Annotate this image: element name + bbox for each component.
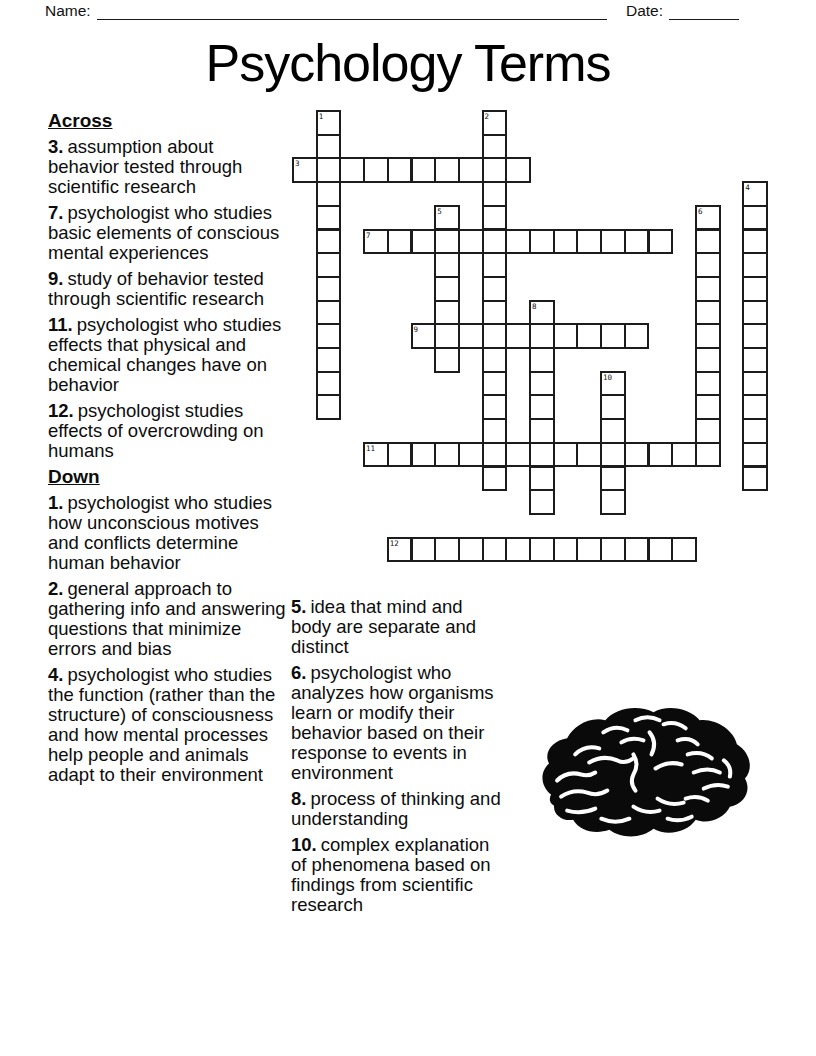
clue-down-1: 1.psychologist who studies how unconscio… <box>48 493 286 573</box>
cell-r18-c5 <box>411 537 437 563</box>
cell-r9-c10 <box>529 323 555 349</box>
cell-r14-c7 <box>458 442 484 468</box>
cell-r2-c3 <box>363 157 389 183</box>
clue-number-9: 9 <box>414 325 419 334</box>
cell-r11-c17 <box>695 371 721 397</box>
cell-r12-c17 <box>695 394 721 420</box>
cell-r1-c8 <box>482 134 508 160</box>
cell-r10-c6 <box>434 347 460 373</box>
cell-r9-c1 <box>316 323 342 349</box>
cell-r14-c19 <box>742 442 768 468</box>
cell-r14-c13 <box>600 442 626 468</box>
cell-r9-c5: 9 <box>411 323 437 349</box>
clue-number: 2. <box>48 578 63 599</box>
cell-r9-c7 <box>458 323 484 349</box>
clue-text: process of thinking and understanding <box>291 788 501 829</box>
cell-r10-c19 <box>742 347 768 373</box>
cell-r13-c10 <box>529 418 555 444</box>
clue-number: 10. <box>291 834 317 855</box>
clue-number: 6. <box>291 662 306 683</box>
cell-r18-c14 <box>624 537 650 563</box>
clue-number-7: 7 <box>366 231 371 240</box>
cell-r13-c17 <box>695 418 721 444</box>
page-title: Psychology Terms <box>0 33 816 93</box>
cell-r18-c13 <box>600 537 626 563</box>
clue-down-6: 6.psychologist who analyzes how organism… <box>291 663 503 783</box>
clue-number: 9. <box>48 268 63 289</box>
cell-r6-c6 <box>434 252 460 278</box>
clue-number-10: 10 <box>603 373 612 382</box>
cell-r5-c19 <box>742 229 768 255</box>
clue-text: psychologist who studies the function (r… <box>48 664 275 785</box>
cell-r9-c14 <box>624 323 650 349</box>
cell-r14-c11 <box>553 442 579 468</box>
cell-r11-c8 <box>482 371 508 397</box>
cell-r5-c11 <box>553 229 579 255</box>
worksheet-header: Name: Date: <box>45 2 739 20</box>
date-blank-line <box>669 2 739 20</box>
cell-r6-c8 <box>482 252 508 278</box>
clue-across-3: 3.assumption about behavior tested throu… <box>48 137 286 197</box>
clue-number: 3. <box>48 136 63 157</box>
cell-r14-c5 <box>411 442 437 468</box>
cell-r2-c2 <box>339 157 365 183</box>
clue-down-4: 4.psychologist who studies the function … <box>48 665 286 785</box>
clue-across-7: 7.psychologist who studies basic element… <box>48 203 286 263</box>
cell-r9-c11 <box>553 323 579 349</box>
clues-middle-column: 5.idea that mind and body are separate a… <box>291 597 503 921</box>
cell-r14-c12 <box>576 442 602 468</box>
cell-r5-c15 <box>648 229 674 255</box>
cell-r16-c13 <box>600 489 626 515</box>
cell-r5-c13 <box>600 229 626 255</box>
cell-r11-c13: 10 <box>600 371 626 397</box>
cell-r14-c14 <box>624 442 650 468</box>
clue-number-2: 2 <box>485 112 490 121</box>
clue-text: psychologist who analyzes how organisms … <box>291 662 494 783</box>
clue-text: idea that mind and body are separate and… <box>291 596 476 657</box>
cell-r6-c17 <box>695 252 721 278</box>
across-heading: Across <box>48 111 286 131</box>
cell-r2-c0: 3 <box>292 157 318 183</box>
cell-r5-c12 <box>576 229 602 255</box>
cell-r9-c6 <box>434 323 460 349</box>
cell-r18-c12 <box>576 537 602 563</box>
cell-r12-c1 <box>316 394 342 420</box>
clue-number: 1. <box>48 492 63 513</box>
cell-r12-c10 <box>529 394 555 420</box>
cell-r5-c7 <box>458 229 484 255</box>
cell-r5-c17 <box>695 229 721 255</box>
cell-r14-c9 <box>505 442 531 468</box>
clue-text: general approach to gathering info and a… <box>48 578 286 659</box>
cell-r10-c10 <box>529 347 555 373</box>
cell-r2-c1 <box>316 157 342 183</box>
cell-r5-c5 <box>411 229 437 255</box>
cell-r7-c6 <box>434 276 460 302</box>
cell-r11-c10 <box>529 371 555 397</box>
cell-r2-c8 <box>482 157 508 183</box>
cell-r13-c19 <box>742 418 768 444</box>
clue-down-10: 10.complex explanation of phenomena base… <box>291 835 503 915</box>
cell-r1-c1 <box>316 134 342 160</box>
cell-r4-c19 <box>742 205 768 231</box>
cell-r2-c5 <box>411 157 437 183</box>
cell-r7-c19 <box>742 276 768 302</box>
down-heading: Down <box>48 467 286 487</box>
cell-r18-c15 <box>648 537 674 563</box>
cell-r5-c9 <box>505 229 531 255</box>
cell-r5-c6 <box>434 229 460 255</box>
clue-down-2: 2.general approach to gathering info and… <box>48 579 286 659</box>
cell-r14-c15 <box>648 442 674 468</box>
cell-r2-c7 <box>458 157 484 183</box>
cell-r14-c16 <box>671 442 697 468</box>
clue-number-8: 8 <box>532 302 537 311</box>
clue-down-5: 5.idea that mind and body are separate a… <box>291 597 503 657</box>
cell-r9-c13 <box>600 323 626 349</box>
cell-r2-c6 <box>434 157 460 183</box>
cell-r3-c8 <box>482 181 508 207</box>
clue-number: 12. <box>48 400 74 421</box>
cell-r6-c19 <box>742 252 768 278</box>
clue-across-9: 9.study of behavior tested through scien… <box>48 269 286 309</box>
cell-r6-c1 <box>316 252 342 278</box>
cell-r13-c13 <box>600 418 626 444</box>
cell-r9-c12 <box>576 323 602 349</box>
cell-r11-c19 <box>742 371 768 397</box>
cell-r7-c17 <box>695 276 721 302</box>
cell-r5-c8 <box>482 229 508 255</box>
crossword-grid: 123456789101112 <box>292 110 769 563</box>
cell-r18-c4: 12 <box>387 537 413 563</box>
cell-r8-c8 <box>482 300 508 326</box>
clue-number-11: 11 <box>366 444 375 453</box>
cell-r14-c4 <box>387 442 413 468</box>
cell-r3-c19: 4 <box>742 181 768 207</box>
cell-r2-c9 <box>505 157 531 183</box>
clue-number: 7. <box>48 202 63 223</box>
cell-r12-c8 <box>482 394 508 420</box>
cell-r8-c17 <box>695 300 721 326</box>
cell-r14-c8 <box>482 442 508 468</box>
clue-number: 11. <box>48 314 73 335</box>
cell-r3-c1 <box>316 181 342 207</box>
cell-r14-c6 <box>434 442 460 468</box>
cell-r8-c1 <box>316 300 342 326</box>
cell-r14-c17 <box>695 442 721 468</box>
cell-r4-c17: 6 <box>695 205 721 231</box>
cell-r8-c19 <box>742 300 768 326</box>
cell-r18-c8 <box>482 537 508 563</box>
cell-r18-c11 <box>553 537 579 563</box>
cell-r5-c10 <box>529 229 555 255</box>
clue-text: study of behavior tested through scienti… <box>48 268 264 309</box>
cell-r14-c3: 11 <box>363 442 389 468</box>
cell-r9-c8 <box>482 323 508 349</box>
cell-r15-c10 <box>529 466 555 492</box>
cell-r13-c8 <box>482 418 508 444</box>
clues-left-column: Across 3.assumption about behavior teste… <box>48 111 286 791</box>
cell-r5-c14 <box>624 229 650 255</box>
cell-r12-c13 <box>600 394 626 420</box>
cell-r15-c8 <box>482 466 508 492</box>
cell-r4-c1 <box>316 205 342 231</box>
down-clue-list-left: 1.psychologist who studies how unconscio… <box>48 493 286 785</box>
cell-r0-c8: 2 <box>482 110 508 136</box>
cell-r5-c4 <box>387 229 413 255</box>
cell-r18-c7 <box>458 537 484 563</box>
clue-across-11: 11.psychologist who studies effects that… <box>48 315 286 395</box>
cell-r15-c19 <box>742 466 768 492</box>
worksheet-page: Name: Date: Psychology Terms Across 3.as… <box>0 0 816 1056</box>
cell-r18-c9 <box>505 537 531 563</box>
clue-number-5: 5 <box>437 207 442 216</box>
clue-number-4: 4 <box>745 183 750 192</box>
cell-r4-c8 <box>482 205 508 231</box>
clue-number: 5. <box>291 596 306 617</box>
cell-r0-c1: 1 <box>316 110 342 136</box>
cell-r8-c6 <box>434 300 460 326</box>
cell-r2-c4 <box>387 157 413 183</box>
cell-r15-c13 <box>600 466 626 492</box>
clue-across-12: 12.psychologist studies effects of overc… <box>48 401 286 461</box>
down-clue-list-middle: 5.idea that mind and body are separate a… <box>291 597 503 915</box>
clue-text: psychologist studies effects of overcrow… <box>48 400 264 461</box>
brain-icon <box>537 702 758 843</box>
date-label: Date: <box>626 2 663 20</box>
clue-text: assumption about behavior tested through… <box>48 136 242 197</box>
across-clue-list: 3.assumption about behavior tested throu… <box>48 137 286 461</box>
clue-text: complex explanation of phenomena based o… <box>291 834 491 915</box>
cell-r10-c1 <box>316 347 342 373</box>
cell-r10-c8 <box>482 347 508 373</box>
cell-r12-c19 <box>742 394 768 420</box>
cell-r7-c8 <box>482 276 508 302</box>
cell-r18-c10 <box>529 537 555 563</box>
clue-text: psychologist who studies basic elements … <box>48 202 279 263</box>
cell-r11-c1 <box>316 371 342 397</box>
cell-r9-c17 <box>695 323 721 349</box>
cell-r4-c6: 5 <box>434 205 460 231</box>
name-blank-line <box>97 2 607 20</box>
cell-r5-c3: 7 <box>363 229 389 255</box>
clue-text: psychologist who studies effects that ph… <box>48 314 281 395</box>
cell-r16-c10 <box>529 489 555 515</box>
cell-r10-c17 <box>695 347 721 373</box>
cell-r14-c10 <box>529 442 555 468</box>
clue-number: 4. <box>48 664 63 685</box>
clue-number-3: 3 <box>295 159 300 168</box>
clue-number: 8. <box>291 788 306 809</box>
cell-r5-c1 <box>316 229 342 255</box>
clue-number-1: 1 <box>319 112 324 121</box>
clue-text: psychologist who studies how unconscious… <box>48 492 272 573</box>
clue-number-12: 12 <box>390 539 399 548</box>
name-label: Name: <box>45 2 91 20</box>
clue-down-8: 8.process of thinking and understanding <box>291 789 503 829</box>
clue-number-6: 6 <box>698 207 703 216</box>
cell-r7-c1 <box>316 276 342 302</box>
cell-r18-c16 <box>671 537 697 563</box>
cell-r9-c9 <box>505 323 531 349</box>
cell-r9-c19 <box>742 323 768 349</box>
cell-r8-c10: 8 <box>529 300 555 326</box>
cell-r18-c6 <box>434 537 460 563</box>
